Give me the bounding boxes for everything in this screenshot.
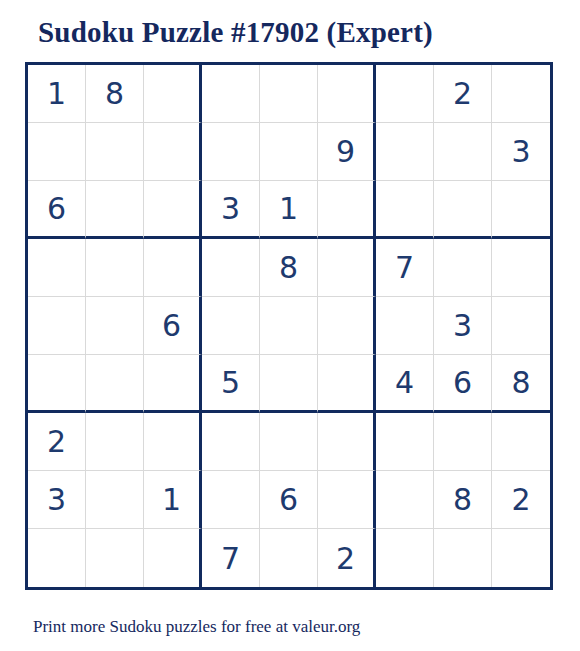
cell-r1c5[interactable] bbox=[260, 65, 318, 123]
cell-r5c5[interactable] bbox=[260, 297, 318, 355]
cell-r7c1[interactable]: 2 bbox=[28, 413, 86, 471]
cell-r8c8[interactable]: 8 bbox=[434, 471, 492, 529]
cell-r4c8[interactable] bbox=[434, 239, 492, 297]
cell-r8c3[interactable]: 1 bbox=[144, 471, 202, 529]
cell-r4c4[interactable] bbox=[202, 239, 260, 297]
cell-r9c1[interactable] bbox=[28, 529, 86, 587]
cell-r2c6[interactable]: 9 bbox=[318, 123, 376, 181]
cell-r2c1[interactable] bbox=[28, 123, 86, 181]
cell-r6c5[interactable] bbox=[260, 355, 318, 413]
cell-r6c8[interactable]: 6 bbox=[434, 355, 492, 413]
cell-r2c4[interactable] bbox=[202, 123, 260, 181]
cell-r7c2[interactable] bbox=[86, 413, 144, 471]
cell-r5c8[interactable]: 3 bbox=[434, 297, 492, 355]
cell-r1c3[interactable] bbox=[144, 65, 202, 123]
cell-r3c5[interactable]: 1 bbox=[260, 181, 318, 239]
cell-r5c9[interactable] bbox=[492, 297, 550, 355]
cell-r9c3[interactable] bbox=[144, 529, 202, 587]
cell-r1c7[interactable] bbox=[376, 65, 434, 123]
cell-r3c7[interactable] bbox=[376, 181, 434, 239]
cell-r6c3[interactable] bbox=[144, 355, 202, 413]
cell-r9c4[interactable]: 7 bbox=[202, 529, 260, 587]
cell-r9c2[interactable] bbox=[86, 529, 144, 587]
cell-r9c6[interactable]: 2 bbox=[318, 529, 376, 587]
footer-note: Print more Sudoku puzzles for free at va… bbox=[33, 617, 360, 637]
cell-r6c9[interactable]: 8 bbox=[492, 355, 550, 413]
cell-r2c8[interactable] bbox=[434, 123, 492, 181]
cell-r5c3[interactable]: 6 bbox=[144, 297, 202, 355]
cell-r7c8[interactable] bbox=[434, 413, 492, 471]
cell-r5c2[interactable] bbox=[86, 297, 144, 355]
cell-r7c4[interactable] bbox=[202, 413, 260, 471]
cell-r5c4[interactable] bbox=[202, 297, 260, 355]
cell-r9c5[interactable] bbox=[260, 529, 318, 587]
cell-r1c9[interactable] bbox=[492, 65, 550, 123]
cell-r2c7[interactable] bbox=[376, 123, 434, 181]
cell-r2c3[interactable] bbox=[144, 123, 202, 181]
cell-r7c7[interactable] bbox=[376, 413, 434, 471]
cell-r7c6[interactable] bbox=[318, 413, 376, 471]
cell-r1c1[interactable]: 1 bbox=[28, 65, 86, 123]
page-title: Sudoku Puzzle #17902 (Expert) bbox=[38, 16, 433, 49]
cell-r3c2[interactable] bbox=[86, 181, 144, 239]
cell-r5c6[interactable] bbox=[318, 297, 376, 355]
cell-r1c4[interactable] bbox=[202, 65, 260, 123]
cell-r4c9[interactable] bbox=[492, 239, 550, 297]
cell-r4c1[interactable] bbox=[28, 239, 86, 297]
cell-r1c6[interactable] bbox=[318, 65, 376, 123]
cell-r9c8[interactable] bbox=[434, 529, 492, 587]
cell-r8c7[interactable] bbox=[376, 471, 434, 529]
cell-r3c1[interactable]: 6 bbox=[28, 181, 86, 239]
cell-r5c1[interactable] bbox=[28, 297, 86, 355]
cell-r4c2[interactable] bbox=[86, 239, 144, 297]
cell-r6c7[interactable]: 4 bbox=[376, 355, 434, 413]
cell-r3c9[interactable] bbox=[492, 181, 550, 239]
cell-r3c6[interactable] bbox=[318, 181, 376, 239]
cell-r3c3[interactable] bbox=[144, 181, 202, 239]
cell-r6c2[interactable] bbox=[86, 355, 144, 413]
cell-r8c6[interactable] bbox=[318, 471, 376, 529]
cell-r5c7[interactable] bbox=[376, 297, 434, 355]
cell-r4c5[interactable]: 8 bbox=[260, 239, 318, 297]
cell-r9c9[interactable] bbox=[492, 529, 550, 587]
cell-r3c8[interactable] bbox=[434, 181, 492, 239]
cell-r9c7[interactable] bbox=[376, 529, 434, 587]
cell-r2c5[interactable] bbox=[260, 123, 318, 181]
cell-r8c1[interactable]: 3 bbox=[28, 471, 86, 529]
cell-r4c3[interactable] bbox=[144, 239, 202, 297]
cell-r7c5[interactable] bbox=[260, 413, 318, 471]
cell-r1c2[interactable]: 8 bbox=[86, 65, 144, 123]
cell-r4c6[interactable] bbox=[318, 239, 376, 297]
cell-r1c8[interactable]: 2 bbox=[434, 65, 492, 123]
cell-r6c6[interactable] bbox=[318, 355, 376, 413]
cell-r6c1[interactable] bbox=[28, 355, 86, 413]
cell-r8c5[interactable]: 6 bbox=[260, 471, 318, 529]
cell-r6c4[interactable]: 5 bbox=[202, 355, 260, 413]
cell-r7c9[interactable] bbox=[492, 413, 550, 471]
cell-r8c9[interactable]: 2 bbox=[492, 471, 550, 529]
cell-r2c9[interactable]: 3 bbox=[492, 123, 550, 181]
sudoku-board: 182936318763546823168272 bbox=[25, 62, 553, 590]
cell-r2c2[interactable] bbox=[86, 123, 144, 181]
cell-r7c3[interactable] bbox=[144, 413, 202, 471]
cell-r8c2[interactable] bbox=[86, 471, 144, 529]
cell-r8c4[interactable] bbox=[202, 471, 260, 529]
cell-r4c7[interactable]: 7 bbox=[376, 239, 434, 297]
cell-r3c4[interactable]: 3 bbox=[202, 181, 260, 239]
